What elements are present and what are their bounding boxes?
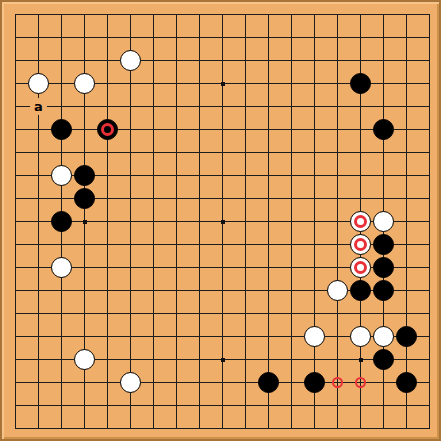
black-stone[interactable] <box>373 349 394 370</box>
white-stone[interactable] <box>74 73 95 94</box>
white-stone[interactable] <box>350 326 371 347</box>
circle-mark-on-stone <box>101 123 114 136</box>
white-stone[interactable] <box>373 326 394 347</box>
white-stone[interactable] <box>327 280 348 301</box>
star-point <box>221 82 225 86</box>
black-stone[interactable] <box>373 280 394 301</box>
point-label-a[interactable]: a <box>30 98 47 115</box>
star-point <box>221 220 225 224</box>
circle-mark-on-stone <box>354 215 367 228</box>
black-stone[interactable] <box>373 234 394 255</box>
star-point <box>83 220 87 224</box>
white-stone[interactable] <box>51 165 72 186</box>
black-stone[interactable] <box>51 119 72 140</box>
black-stone[interactable] <box>304 372 325 393</box>
black-stone[interactable] <box>350 73 371 94</box>
black-stone[interactable] <box>74 188 95 209</box>
white-stone[interactable] <box>120 372 141 393</box>
star-point <box>221 358 225 362</box>
black-stone[interactable] <box>350 280 371 301</box>
circle-mark-on-stone <box>354 238 367 251</box>
circle-mark-on-stone <box>354 261 367 274</box>
black-stone[interactable] <box>74 165 95 186</box>
star-point <box>359 358 363 362</box>
black-stone[interactable] <box>373 257 394 278</box>
black-stone[interactable] <box>396 326 417 347</box>
circle-mark-empty-point[interactable] <box>332 377 343 388</box>
white-stone[interactable] <box>74 349 95 370</box>
white-stone[interactable] <box>28 73 49 94</box>
black-stone[interactable] <box>396 372 417 393</box>
white-stone[interactable] <box>373 211 394 232</box>
stones-layer[interactable]: a <box>4 3 441 440</box>
black-stone[interactable] <box>51 211 72 232</box>
black-stone[interactable] <box>373 119 394 140</box>
circle-mark-empty-point[interactable] <box>355 377 366 388</box>
white-stone[interactable] <box>51 257 72 278</box>
white-stone[interactable] <box>120 50 141 71</box>
go-board[interactable]: a <box>0 0 441 441</box>
white-stone[interactable] <box>304 326 325 347</box>
black-stone[interactable] <box>258 372 279 393</box>
